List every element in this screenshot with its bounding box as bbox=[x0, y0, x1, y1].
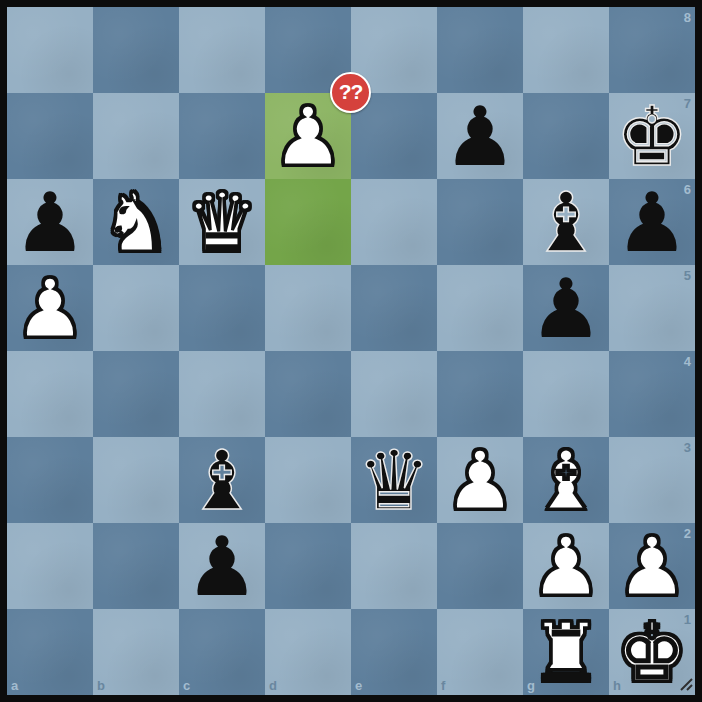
coord-rank-6: 6 bbox=[684, 183, 691, 196]
piece-white-pawn[interactable]: ♟ bbox=[529, 526, 603, 608]
coord-rank-1: 1 bbox=[684, 613, 691, 626]
square-f7[interactable]: ♟ bbox=[437, 93, 523, 179]
square-g7[interactable] bbox=[523, 93, 609, 179]
square-a5[interactable]: ♟ bbox=[7, 265, 93, 351]
square-e4[interactable] bbox=[351, 351, 437, 437]
coord-file-h: h bbox=[613, 679, 621, 692]
square-g6[interactable]: ♝ bbox=[523, 179, 609, 265]
square-d1[interactable]: d bbox=[265, 609, 351, 695]
move-classification-text: ?? bbox=[339, 80, 363, 104]
piece-black-queen[interactable]: ♛ bbox=[357, 440, 431, 522]
coord-rank-4: 4 bbox=[684, 355, 691, 368]
piece-white-pawn[interactable]: ♟ bbox=[271, 96, 345, 178]
square-e5[interactable] bbox=[351, 265, 437, 351]
coord-rank-7: 7 bbox=[684, 97, 691, 110]
square-c2[interactable]: ♟ bbox=[179, 523, 265, 609]
piece-black-pawn[interactable]: ♟ bbox=[185, 526, 259, 608]
coord-file-f: f bbox=[441, 679, 445, 692]
square-a4[interactable] bbox=[7, 351, 93, 437]
square-c5[interactable] bbox=[179, 265, 265, 351]
square-b2[interactable] bbox=[93, 523, 179, 609]
piece-black-pawn[interactable]: ♟ bbox=[615, 182, 689, 264]
piece-white-pawn[interactable]: ♟ bbox=[443, 440, 517, 522]
square-c1[interactable]: c bbox=[179, 609, 265, 695]
square-g8[interactable] bbox=[523, 7, 609, 93]
square-g3[interactable]: ♝ bbox=[523, 437, 609, 523]
move-classification-badge: ?? bbox=[330, 72, 371, 113]
square-h5[interactable]: 5 bbox=[609, 265, 695, 351]
square-h7[interactable]: ♚7 bbox=[609, 93, 695, 179]
square-f2[interactable] bbox=[437, 523, 523, 609]
square-g2[interactable]: ♟ bbox=[523, 523, 609, 609]
square-f5[interactable] bbox=[437, 265, 523, 351]
piece-white-pawn[interactable]: ♟ bbox=[13, 268, 87, 350]
square-f4[interactable] bbox=[437, 351, 523, 437]
square-c6[interactable]: ♛ bbox=[179, 179, 265, 265]
coord-file-e: e bbox=[355, 679, 362, 692]
board-frame: 8♟♟♚7♟♞♛♝♟6♟♟54♝♛♟♝3♟♟♟2abcdef♜g♚h1 ?? bbox=[0, 0, 702, 702]
square-b8[interactable] bbox=[93, 7, 179, 93]
coord-file-b: b bbox=[97, 679, 105, 692]
piece-black-pawn[interactable]: ♟ bbox=[13, 182, 87, 264]
coord-rank-5: 5 bbox=[684, 269, 691, 282]
square-d3[interactable] bbox=[265, 437, 351, 523]
square-a8[interactable] bbox=[7, 7, 93, 93]
square-g1[interactable]: ♜g bbox=[523, 609, 609, 695]
coord-rank-3: 3 bbox=[684, 441, 691, 454]
piece-black-bishop[interactable]: ♝ bbox=[185, 440, 259, 522]
square-d6[interactable] bbox=[265, 179, 351, 265]
piece-white-bishop[interactable]: ♝ bbox=[529, 440, 603, 522]
square-c3[interactable]: ♝ bbox=[179, 437, 265, 523]
square-f3[interactable]: ♟ bbox=[437, 437, 523, 523]
piece-white-pawn[interactable]: ♟ bbox=[615, 526, 689, 608]
square-h8[interactable]: 8 bbox=[609, 7, 695, 93]
square-a1[interactable]: a bbox=[7, 609, 93, 695]
square-b6[interactable]: ♞ bbox=[93, 179, 179, 265]
square-e3[interactable]: ♛ bbox=[351, 437, 437, 523]
piece-black-pawn[interactable]: ♟ bbox=[443, 96, 517, 178]
square-d2[interactable] bbox=[265, 523, 351, 609]
coord-file-c: c bbox=[183, 679, 190, 692]
resize-handle-icon[interactable] bbox=[678, 676, 694, 692]
square-b3[interactable] bbox=[93, 437, 179, 523]
square-a6[interactable]: ♟ bbox=[7, 179, 93, 265]
coord-file-d: d bbox=[269, 679, 277, 692]
square-c8[interactable] bbox=[179, 7, 265, 93]
piece-black-pawn[interactable]: ♟ bbox=[529, 268, 603, 350]
piece-white-rook[interactable]: ♜ bbox=[529, 612, 603, 694]
coord-rank-2: 2 bbox=[684, 527, 691, 540]
piece-white-knight[interactable]: ♞ bbox=[99, 182, 173, 264]
square-h6[interactable]: ♟6 bbox=[609, 179, 695, 265]
square-g5[interactable]: ♟ bbox=[523, 265, 609, 351]
square-a3[interactable] bbox=[7, 437, 93, 523]
coord-file-a: a bbox=[11, 679, 18, 692]
square-c4[interactable] bbox=[179, 351, 265, 437]
square-b1[interactable]: b bbox=[93, 609, 179, 695]
square-f8[interactable] bbox=[437, 7, 523, 93]
square-d5[interactable] bbox=[265, 265, 351, 351]
square-d4[interactable] bbox=[265, 351, 351, 437]
square-f6[interactable] bbox=[437, 179, 523, 265]
square-e2[interactable] bbox=[351, 523, 437, 609]
square-h4[interactable]: 4 bbox=[609, 351, 695, 437]
square-a2[interactable] bbox=[7, 523, 93, 609]
square-b4[interactable] bbox=[93, 351, 179, 437]
square-b7[interactable] bbox=[93, 93, 179, 179]
piece-black-king[interactable]: ♚ bbox=[615, 96, 689, 178]
square-a7[interactable] bbox=[7, 93, 93, 179]
square-h2[interactable]: ♟2 bbox=[609, 523, 695, 609]
square-c7[interactable] bbox=[179, 93, 265, 179]
square-e1[interactable]: e bbox=[351, 609, 437, 695]
square-g4[interactable] bbox=[523, 351, 609, 437]
square-b5[interactable] bbox=[93, 265, 179, 351]
piece-black-bishop[interactable]: ♝ bbox=[529, 182, 603, 264]
square-f1[interactable]: f bbox=[437, 609, 523, 695]
coord-file-g: g bbox=[527, 679, 535, 692]
square-e6[interactable] bbox=[351, 179, 437, 265]
square-h3[interactable]: 3 bbox=[609, 437, 695, 523]
piece-white-queen[interactable]: ♛ bbox=[185, 182, 259, 264]
coord-rank-8: 8 bbox=[684, 11, 691, 24]
